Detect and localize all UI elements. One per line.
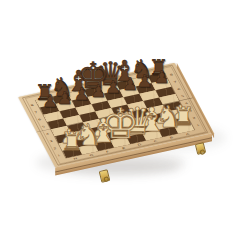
file-label-far: A [152, 70, 156, 73]
rank-label-left: 1 [57, 154, 61, 157]
file-label-far: D [104, 81, 109, 84]
rank-label-right: 2 [192, 116, 196, 119]
file-label-near: H [73, 157, 78, 160]
file-label-near: B [169, 136, 173, 139]
file-label-near: C [153, 140, 158, 143]
file-label-near: A [185, 133, 189, 136]
file-label-near: F [106, 150, 110, 153]
rank-label-left: 6 [38, 118, 42, 121]
file-label-near: G [89, 154, 94, 157]
rank-label-left: 7 [34, 111, 38, 114]
rank-label-right: 7 [173, 80, 177, 83]
file-label-far: G [56, 91, 61, 94]
rank-label-left: 4 [45, 133, 49, 136]
file-label-far: B [136, 74, 140, 77]
rank-label-right: 5 [181, 95, 185, 98]
rank-label-right: 6 [177, 88, 181, 91]
file-label-near: E [121, 147, 125, 150]
file-label-far: F [73, 88, 77, 91]
chess-set-photo: HGFEDCBAHGFEDCBA8765432187654321 ♜♞♝♛♚♝♞… [0, 0, 235, 235]
rank-label-left: 5 [41, 125, 45, 128]
rank-label-left: 2 [53, 147, 57, 150]
file-label-far: H [40, 95, 45, 98]
rank-label-right: 8 [169, 73, 173, 76]
file-label-far: E [88, 84, 92, 87]
rank-label-left: 3 [49, 140, 53, 143]
rank-label-right: 3 [188, 109, 192, 112]
rank-label-right: 4 [184, 102, 188, 105]
rank-label-right: 1 [196, 124, 200, 127]
rank-label-left: 8 [30, 104, 34, 107]
file-label-near: D [137, 143, 142, 146]
file-label-far: C [120, 77, 125, 80]
